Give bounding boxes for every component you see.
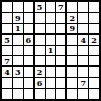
sudoku-cell-empty[interactable] bbox=[24, 56, 34, 66]
sudoku-cell-empty[interactable] bbox=[89, 24, 99, 34]
sudoku-cell-empty[interactable] bbox=[46, 24, 56, 34]
sudoku-cell-empty[interactable] bbox=[46, 2, 56, 12]
sudoku-cell-empty[interactable] bbox=[46, 35, 56, 45]
sudoku-cell-empty[interactable] bbox=[56, 78, 66, 88]
sudoku-cell-empty[interactable] bbox=[2, 13, 12, 23]
sudoku-cell-given[interactable]: 2 bbox=[35, 67, 45, 77]
sudoku-cell-empty[interactable] bbox=[78, 56, 88, 66]
sudoku-cell-given[interactable]: 7 bbox=[2, 56, 12, 66]
sudoku-cell-given[interactable]: 6 bbox=[24, 35, 34, 45]
sudoku-cell-empty[interactable] bbox=[35, 56, 45, 66]
sudoku-cell-given[interactable]: 9 bbox=[13, 13, 23, 23]
sudoku-board: 57921956421743267 bbox=[0, 0, 101, 101]
sudoku-cell-empty[interactable] bbox=[56, 89, 66, 99]
sudoku-cell-empty[interactable] bbox=[56, 56, 66, 66]
sudoku-cell-given[interactable]: 9 bbox=[67, 24, 77, 34]
sudoku-cell-empty[interactable] bbox=[35, 46, 45, 56]
sudoku-cell-empty[interactable] bbox=[78, 24, 88, 34]
sudoku-cell-empty[interactable] bbox=[35, 35, 45, 45]
sudoku-cell-empty[interactable] bbox=[2, 89, 12, 99]
sudoku-cell-empty[interactable] bbox=[78, 67, 88, 77]
sudoku-cell-empty[interactable] bbox=[13, 89, 23, 99]
sudoku-cell-empty[interactable] bbox=[24, 13, 34, 23]
sudoku-cell-empty[interactable] bbox=[46, 78, 56, 88]
sudoku-cell-empty[interactable] bbox=[89, 2, 99, 12]
sudoku-cell-empty[interactable] bbox=[89, 56, 99, 66]
sudoku-cell-empty[interactable] bbox=[46, 13, 56, 23]
sudoku-cell-empty[interactable] bbox=[67, 56, 77, 66]
sudoku-cell-empty[interactable] bbox=[89, 67, 99, 77]
sudoku-cell-empty[interactable] bbox=[13, 46, 23, 56]
sudoku-cell-given[interactable]: 2 bbox=[67, 13, 77, 23]
sudoku-cell-empty[interactable] bbox=[24, 78, 34, 88]
sudoku-cell-empty[interactable] bbox=[35, 89, 45, 99]
sudoku-cell-empty[interactable] bbox=[35, 13, 45, 23]
sudoku-cell-empty[interactable] bbox=[78, 46, 88, 56]
sudoku-cell-empty[interactable] bbox=[67, 46, 77, 56]
sudoku-cell-given[interactable]: 4 bbox=[78, 35, 88, 45]
sudoku-cell-given[interactable]: 6 bbox=[35, 78, 45, 88]
sudoku-cell-empty[interactable] bbox=[89, 78, 99, 88]
sudoku-cell-empty[interactable] bbox=[89, 89, 99, 99]
sudoku-cell-empty[interactable] bbox=[24, 67, 34, 77]
sudoku-cell-empty[interactable] bbox=[78, 89, 88, 99]
sudoku-cell-given[interactable]: 5 bbox=[2, 35, 12, 45]
sudoku-cell-empty[interactable] bbox=[67, 67, 77, 77]
sudoku-cell-empty[interactable] bbox=[13, 56, 23, 66]
sudoku-cell-given[interactable]: 7 bbox=[56, 2, 66, 12]
sudoku-cell-empty[interactable] bbox=[24, 89, 34, 99]
sudoku-cell-empty[interactable] bbox=[89, 13, 99, 23]
sudoku-cell-empty[interactable] bbox=[2, 24, 12, 34]
sudoku-cell-empty[interactable] bbox=[13, 78, 23, 88]
sudoku-cell-given[interactable]: 3 bbox=[13, 67, 23, 77]
sudoku-cell-empty[interactable] bbox=[67, 78, 77, 88]
sudoku-cell-empty[interactable] bbox=[89, 46, 99, 56]
sudoku-cell-empty[interactable] bbox=[56, 46, 66, 56]
sudoku-cell-empty[interactable] bbox=[2, 2, 12, 12]
sudoku-cell-empty[interactable] bbox=[56, 67, 66, 77]
sudoku-cell-empty[interactable] bbox=[67, 2, 77, 12]
sudoku-cell-empty[interactable] bbox=[67, 35, 77, 45]
sudoku-cell-empty[interactable] bbox=[78, 13, 88, 23]
sudoku-cell-given[interactable]: 5 bbox=[35, 2, 45, 12]
sudoku-cell-given[interactable]: 1 bbox=[46, 46, 56, 56]
sudoku-cell-empty[interactable] bbox=[24, 24, 34, 34]
sudoku-cell-empty[interactable] bbox=[13, 35, 23, 45]
sudoku-cell-empty[interactable] bbox=[24, 46, 34, 56]
sudoku-cell-given[interactable]: 1 bbox=[13, 24, 23, 34]
sudoku-cell-empty[interactable] bbox=[78, 2, 88, 12]
sudoku-cell-given[interactable]: 7 bbox=[78, 78, 88, 88]
sudoku-cell-empty[interactable] bbox=[46, 56, 56, 66]
sudoku-cell-empty[interactable] bbox=[67, 89, 77, 99]
sudoku-cell-given[interactable]: 2 bbox=[89, 35, 99, 45]
sudoku-cell-empty[interactable] bbox=[2, 78, 12, 88]
sudoku-cell-empty[interactable] bbox=[56, 24, 66, 34]
sudoku-cell-empty[interactable] bbox=[35, 24, 45, 34]
sudoku-cell-empty[interactable] bbox=[2, 46, 12, 56]
sudoku-cell-empty[interactable] bbox=[13, 2, 23, 12]
sudoku-cell-empty[interactable] bbox=[46, 67, 56, 77]
sudoku-cell-empty[interactable] bbox=[46, 89, 56, 99]
sudoku-cell-empty[interactable] bbox=[56, 13, 66, 23]
sudoku-cell-empty[interactable] bbox=[24, 2, 34, 12]
sudoku-cell-empty[interactable] bbox=[56, 35, 66, 45]
sudoku-cell-given[interactable]: 4 bbox=[2, 67, 12, 77]
